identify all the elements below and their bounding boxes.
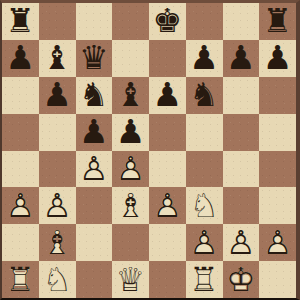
square-f8[interactable] — [186, 3, 223, 40]
white-queen: ♛♕ — [112, 261, 149, 298]
square-g1[interactable]: ♚♔ — [223, 261, 260, 298]
square-c1[interactable] — [76, 261, 113, 298]
black-pawn: ♟ — [186, 40, 223, 77]
square-h6[interactable] — [259, 77, 296, 114]
square-h1[interactable] — [259, 261, 296, 298]
white-rook: ♜♖ — [186, 261, 223, 298]
white-king: ♚♔ — [223, 261, 260, 298]
black-knight: ♞ — [186, 77, 223, 114]
square-g5[interactable] — [223, 114, 260, 151]
square-a8[interactable]: ♜ — [2, 3, 39, 40]
black-pawn: ♟ — [149, 77, 186, 114]
white-bishop: ♝♗ — [39, 224, 76, 261]
square-c8[interactable] — [76, 3, 113, 40]
square-b5[interactable] — [39, 114, 76, 151]
square-d7[interactable] — [112, 40, 149, 77]
square-a6[interactable] — [2, 77, 39, 114]
square-c2[interactable] — [76, 224, 113, 261]
square-c7[interactable]: ♛ — [76, 40, 113, 77]
white-pawn: ♟♙ — [112, 151, 149, 188]
black-queen: ♛ — [76, 40, 113, 77]
square-d6[interactable]: ♝ — [112, 77, 149, 114]
square-e7[interactable] — [149, 40, 186, 77]
black-pawn: ♟ — [223, 40, 260, 77]
square-a1[interactable]: ♜♖ — [2, 261, 39, 298]
square-d3[interactable]: ♝♗ — [112, 187, 149, 224]
square-a7[interactable]: ♟ — [2, 40, 39, 77]
black-pawn: ♟ — [76, 114, 113, 151]
white-pawn: ♟♙ — [223, 224, 260, 261]
square-h2[interactable]: ♟♙ — [259, 224, 296, 261]
square-b1[interactable]: ♞♘ — [39, 261, 76, 298]
square-f6[interactable]: ♞ — [186, 77, 223, 114]
square-d5[interactable]: ♟ — [112, 114, 149, 151]
black-pawn: ♟ — [39, 77, 76, 114]
square-d1[interactable]: ♛♕ — [112, 261, 149, 298]
board-frame: ♜♚♜♟♝♛♟♟♟♟♞♝♟♞♟♟♟♙♟♙♟♙♟♙♝♗♟♙♞♘♝♗♟♙♟♙♟♙♜♖… — [0, 0, 300, 300]
square-c5[interactable]: ♟ — [76, 114, 113, 151]
square-f5[interactable] — [186, 114, 223, 151]
white-knight: ♞♘ — [39, 261, 76, 298]
square-a3[interactable]: ♟♙ — [2, 187, 39, 224]
square-g6[interactable] — [223, 77, 260, 114]
white-pawn: ♟♙ — [76, 151, 113, 188]
black-pawn: ♟ — [2, 40, 39, 77]
square-c6[interactable]: ♞ — [76, 77, 113, 114]
square-c3[interactable] — [76, 187, 113, 224]
square-f3[interactable]: ♞♘ — [186, 187, 223, 224]
square-f4[interactable] — [186, 151, 223, 188]
black-pawn: ♟ — [112, 114, 149, 151]
white-pawn: ♟♙ — [149, 187, 186, 224]
square-f1[interactable]: ♜♖ — [186, 261, 223, 298]
square-f7[interactable]: ♟ — [186, 40, 223, 77]
square-g7[interactable]: ♟ — [223, 40, 260, 77]
square-h3[interactable] — [259, 187, 296, 224]
square-b7[interactable]: ♝ — [39, 40, 76, 77]
square-e6[interactable]: ♟ — [149, 77, 186, 114]
white-pawn: ♟♙ — [186, 224, 223, 261]
white-rook: ♜♖ — [2, 261, 39, 298]
square-b4[interactable] — [39, 151, 76, 188]
square-c4[interactable]: ♟♙ — [76, 151, 113, 188]
square-a2[interactable] — [2, 224, 39, 261]
square-b2[interactable]: ♝♗ — [39, 224, 76, 261]
square-a4[interactable] — [2, 151, 39, 188]
black-rook: ♜ — [2, 3, 39, 40]
black-rook: ♜ — [259, 3, 296, 40]
square-g4[interactable] — [223, 151, 260, 188]
square-e4[interactable] — [149, 151, 186, 188]
black-pawn: ♟ — [259, 40, 296, 77]
square-d8[interactable] — [112, 3, 149, 40]
white-bishop: ♝♗ — [112, 187, 149, 224]
square-e8[interactable]: ♚ — [149, 3, 186, 40]
black-bishop: ♝ — [112, 77, 149, 114]
chess-board: ♜♚♜♟♝♛♟♟♟♟♞♝♟♞♟♟♟♙♟♙♟♙♟♙♝♗♟♙♞♘♝♗♟♙♟♙♟♙♜♖… — [2, 3, 296, 298]
white-knight: ♞♘ — [186, 187, 223, 224]
square-h4[interactable] — [259, 151, 296, 188]
square-d2[interactable] — [112, 224, 149, 261]
black-bishop: ♝ — [39, 40, 76, 77]
square-e2[interactable] — [149, 224, 186, 261]
square-h5[interactable] — [259, 114, 296, 151]
square-b6[interactable]: ♟ — [39, 77, 76, 114]
square-d4[interactable]: ♟♙ — [112, 151, 149, 188]
square-g8[interactable] — [223, 3, 260, 40]
square-h7[interactable]: ♟ — [259, 40, 296, 77]
white-pawn: ♟♙ — [2, 187, 39, 224]
square-e5[interactable] — [149, 114, 186, 151]
black-knight: ♞ — [76, 77, 113, 114]
square-g3[interactable] — [223, 187, 260, 224]
white-pawn: ♟♙ — [39, 187, 76, 224]
square-b8[interactable] — [39, 3, 76, 40]
black-king: ♚ — [149, 3, 186, 40]
square-b3[interactable]: ♟♙ — [39, 187, 76, 224]
square-a5[interactable] — [2, 114, 39, 151]
white-pawn: ♟♙ — [259, 224, 296, 261]
square-f2[interactable]: ♟♙ — [186, 224, 223, 261]
square-h8[interactable]: ♜ — [259, 3, 296, 40]
square-e3[interactable]: ♟♙ — [149, 187, 186, 224]
square-e1[interactable] — [149, 261, 186, 298]
square-g2[interactable]: ♟♙ — [223, 224, 260, 261]
